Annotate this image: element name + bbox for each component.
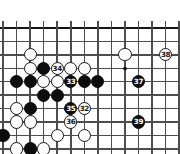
white-stone xyxy=(78,62,91,75)
white-stone xyxy=(37,75,50,88)
board-cell xyxy=(132,21,146,34)
board-cell xyxy=(0,102,10,115)
board-cell xyxy=(145,21,159,34)
white-stone xyxy=(10,102,23,115)
white-stone xyxy=(51,75,64,88)
board-cell xyxy=(23,88,37,101)
board-cell xyxy=(118,48,132,61)
board-cell xyxy=(78,75,92,88)
black-stone xyxy=(24,142,37,154)
board-cell xyxy=(91,62,105,75)
black-stone xyxy=(10,75,23,88)
board-cell xyxy=(105,102,119,115)
board-cell xyxy=(78,115,92,128)
board-cell xyxy=(105,35,119,48)
board-cell xyxy=(37,48,51,61)
black-stone xyxy=(24,102,37,115)
board-cell xyxy=(37,129,51,142)
board-cell xyxy=(105,48,119,61)
board-cell xyxy=(105,21,119,34)
board-cell xyxy=(10,75,24,88)
board-cell xyxy=(172,21,180,34)
black-stone xyxy=(37,89,50,102)
board-cell xyxy=(145,142,159,154)
white-stone xyxy=(10,142,23,154)
board-cell xyxy=(118,88,132,101)
board-cell xyxy=(10,129,24,142)
board-cell xyxy=(50,35,64,48)
white-stone xyxy=(51,129,64,142)
white-stone xyxy=(24,115,37,128)
board-cell xyxy=(64,88,78,101)
board-cell xyxy=(10,48,24,61)
board-cell xyxy=(78,142,92,154)
board-cell xyxy=(159,142,173,154)
board-cell xyxy=(172,142,180,154)
board-cell xyxy=(78,88,92,101)
board-cell xyxy=(50,88,64,101)
board-cell xyxy=(159,129,173,142)
white-stone xyxy=(64,62,77,75)
black-stone-move-33: 33 xyxy=(64,75,77,88)
board-cell xyxy=(172,62,180,75)
board-cell xyxy=(37,75,51,88)
board-cell xyxy=(172,115,180,128)
board-cell xyxy=(91,115,105,128)
board-cell xyxy=(10,21,24,34)
board-cell xyxy=(132,88,146,101)
board-cell xyxy=(0,142,10,154)
white-stone-move-32: 32 xyxy=(78,102,91,115)
board-cell xyxy=(91,21,105,34)
board-cell: 34 xyxy=(50,62,64,75)
board-cell xyxy=(23,102,37,115)
board-cell: 39 xyxy=(132,115,146,128)
board-cell xyxy=(91,88,105,101)
board-cell: 36 xyxy=(64,115,78,128)
board-cell xyxy=(118,129,132,142)
board-cell xyxy=(0,75,10,88)
board-cell xyxy=(91,142,105,154)
board-cell xyxy=(172,35,180,48)
white-stone-move-36: 36 xyxy=(64,115,77,128)
board-cell xyxy=(0,21,10,34)
board-cell xyxy=(159,115,173,128)
board-cell xyxy=(91,102,105,115)
board-cell: 37 xyxy=(132,75,146,88)
board-cell xyxy=(105,129,119,142)
board-cell xyxy=(172,129,180,142)
board-cell xyxy=(145,35,159,48)
board-cell xyxy=(91,48,105,61)
board-cell xyxy=(50,142,64,154)
board-cell xyxy=(145,129,159,142)
white-stone xyxy=(10,115,23,128)
board-cell xyxy=(23,129,37,142)
board-cell xyxy=(78,62,92,75)
board-cell xyxy=(105,88,119,101)
go-board: 3834333735323639 xyxy=(0,21,180,154)
board-cell xyxy=(172,48,180,61)
board-cell xyxy=(23,142,37,154)
board-cell xyxy=(37,115,51,128)
board-cell xyxy=(172,88,180,101)
board-cell xyxy=(159,102,173,115)
board-cell xyxy=(10,88,24,101)
board-cell xyxy=(118,115,132,128)
board-cell xyxy=(0,115,10,128)
board-cell xyxy=(91,35,105,48)
black-stone xyxy=(78,75,91,88)
board-cell: 38 xyxy=(159,48,173,61)
board-cell xyxy=(50,48,64,61)
black-stone xyxy=(0,129,10,142)
board-cell xyxy=(64,35,78,48)
board-cell xyxy=(118,62,132,75)
board-cell xyxy=(23,48,37,61)
board-cell xyxy=(37,21,51,34)
board-cell xyxy=(0,62,10,75)
board-cell xyxy=(50,129,64,142)
board-cell xyxy=(23,35,37,48)
white-stone xyxy=(24,48,37,61)
board-cell: 32 xyxy=(78,102,92,115)
board-cell xyxy=(132,129,146,142)
board-cell: 33 xyxy=(64,75,78,88)
board-cell xyxy=(145,75,159,88)
board-cell xyxy=(105,142,119,154)
white-stone xyxy=(118,48,131,61)
white-stone xyxy=(78,129,91,142)
board-cell xyxy=(172,102,180,115)
black-stone-move-35: 35 xyxy=(64,102,77,115)
board-cell xyxy=(145,88,159,101)
board-cell xyxy=(0,88,10,101)
board-cell xyxy=(23,62,37,75)
board-cell xyxy=(118,142,132,154)
black-stone xyxy=(51,89,64,102)
board-cell xyxy=(23,115,37,128)
board-cell xyxy=(10,115,24,128)
board-cell xyxy=(64,62,78,75)
star-point xyxy=(123,67,126,70)
board-cell xyxy=(10,142,24,154)
board-cell xyxy=(91,75,105,88)
black-stone xyxy=(91,75,104,88)
board-cell xyxy=(105,62,119,75)
board-cell xyxy=(78,48,92,61)
board-cell xyxy=(159,62,173,75)
board-cell xyxy=(23,75,37,88)
board-cell xyxy=(0,129,10,142)
board-cell xyxy=(64,142,78,154)
board-cell xyxy=(105,75,119,88)
board-cell xyxy=(50,102,64,115)
black-stone-move-39: 39 xyxy=(132,115,145,128)
board-cell xyxy=(132,142,146,154)
board-cell xyxy=(64,129,78,142)
black-stone xyxy=(24,75,37,88)
board-cell xyxy=(145,62,159,75)
white-stone xyxy=(24,62,37,75)
go-diagram: 3834333735323639 xyxy=(0,0,180,154)
board-cell xyxy=(159,35,173,48)
board-cell xyxy=(159,88,173,101)
board-cell xyxy=(172,75,180,88)
board-cell xyxy=(118,75,132,88)
board-cell xyxy=(37,62,51,75)
board-cell xyxy=(78,21,92,34)
board-cell xyxy=(64,48,78,61)
black-stone xyxy=(37,62,50,75)
board-cell xyxy=(78,129,92,142)
white-stone-move-34: 34 xyxy=(51,62,64,75)
board-cell xyxy=(132,62,146,75)
board-cell xyxy=(132,102,146,115)
board-cell xyxy=(145,115,159,128)
black-stone-move-37: 37 xyxy=(132,75,145,88)
board-cell xyxy=(0,35,10,48)
board-cell xyxy=(118,21,132,34)
board-cell xyxy=(0,48,10,61)
white-stone xyxy=(37,142,50,154)
board-cell xyxy=(50,21,64,34)
board-cell xyxy=(10,102,24,115)
board-cell xyxy=(10,35,24,48)
board-cell xyxy=(37,102,51,115)
board-cell xyxy=(10,62,24,75)
board-cell xyxy=(37,35,51,48)
board-cell xyxy=(159,21,173,34)
board-cell xyxy=(132,35,146,48)
board-cell xyxy=(105,115,119,128)
board-cell xyxy=(132,48,146,61)
board-cell xyxy=(64,21,78,34)
board-cell xyxy=(159,75,173,88)
board-cell xyxy=(118,35,132,48)
board-cell xyxy=(50,75,64,88)
board-cell xyxy=(23,21,37,34)
board-cell xyxy=(50,115,64,128)
board-cell xyxy=(118,102,132,115)
white-stone-move-38: 38 xyxy=(159,48,172,61)
board-cell xyxy=(145,48,159,61)
board-cell xyxy=(145,102,159,115)
board-cell xyxy=(78,35,92,48)
board-cell xyxy=(91,129,105,142)
board-cell: 35 xyxy=(64,102,78,115)
board-cell xyxy=(37,88,51,101)
board-cell xyxy=(37,142,51,154)
